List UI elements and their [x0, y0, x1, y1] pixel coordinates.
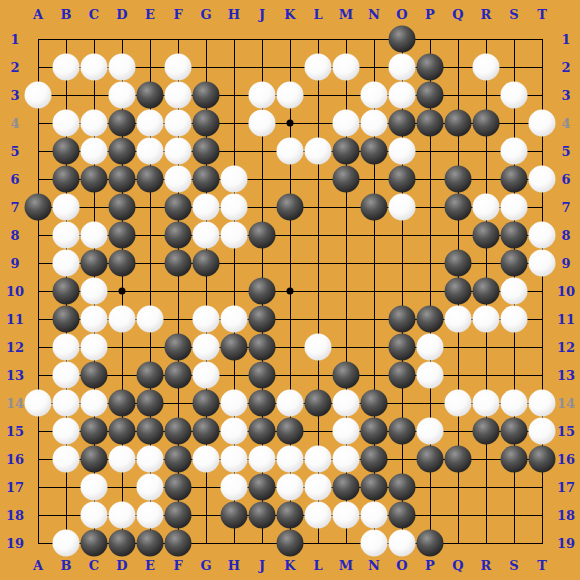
- black-stone-H18[interactable]: [221, 502, 248, 529]
- black-stone-P16[interactable]: [417, 446, 444, 473]
- black-stone-K19[interactable]: [277, 530, 304, 557]
- row-label-left-16: 16: [6, 452, 24, 467]
- black-stone-N14[interactable]: [361, 390, 388, 417]
- black-stone-C19[interactable]: [81, 530, 108, 557]
- white-stone-C11[interactable]: [81, 306, 108, 333]
- white-stone-B12[interactable]: [53, 334, 80, 361]
- black-stone-N5[interactable]: [361, 138, 388, 165]
- black-stone-O6[interactable]: [389, 166, 416, 193]
- column-label-bottom-K: K: [284, 558, 295, 573]
- column-label-top-N: N: [368, 7, 380, 22]
- black-stone-B11[interactable]: [53, 306, 80, 333]
- white-stone-S10[interactable]: [501, 278, 528, 305]
- black-stone-Q9[interactable]: [445, 250, 472, 277]
- row-label-left-14: 14: [6, 396, 24, 411]
- white-stone-C14[interactable]: [81, 390, 108, 417]
- black-stone-F17[interactable]: [165, 474, 192, 501]
- white-stone-K17[interactable]: [277, 474, 304, 501]
- white-stone-C12[interactable]: [81, 334, 108, 361]
- black-stone-G15[interactable]: [193, 418, 220, 445]
- white-stone-B13[interactable]: [53, 362, 80, 389]
- black-stone-D9[interactable]: [109, 250, 136, 277]
- white-stone-B2[interactable]: [53, 54, 80, 81]
- row-label-left-13: 13: [6, 368, 24, 383]
- white-stone-P15[interactable]: [417, 418, 444, 445]
- white-stone-H16[interactable]: [221, 446, 248, 473]
- white-stone-M14[interactable]: [333, 390, 360, 417]
- black-stone-J15[interactable]: [249, 418, 276, 445]
- row-label-left-7: 7: [10, 200, 19, 215]
- black-stone-D14[interactable]: [109, 390, 136, 417]
- white-stone-M4[interactable]: [333, 110, 360, 137]
- white-stone-P12[interactable]: [417, 334, 444, 361]
- white-stone-C2[interactable]: [81, 54, 108, 81]
- black-stone-L14[interactable]: [305, 390, 332, 417]
- column-label-bottom-B: B: [61, 558, 72, 573]
- black-stone-C9[interactable]: [81, 250, 108, 277]
- black-stone-D19[interactable]: [109, 530, 136, 557]
- white-stone-C8[interactable]: [81, 222, 108, 249]
- white-stone-R11[interactable]: [473, 306, 500, 333]
- white-stone-D3[interactable]: [109, 82, 136, 109]
- column-label-top-T: T: [537, 7, 547, 22]
- black-stone-M17[interactable]: [333, 474, 360, 501]
- black-stone-E3[interactable]: [137, 82, 164, 109]
- white-stone-B16[interactable]: [53, 446, 80, 473]
- white-stone-D11[interactable]: [109, 306, 136, 333]
- white-stone-E4[interactable]: [137, 110, 164, 137]
- black-stone-E6[interactable]: [137, 166, 164, 193]
- white-stone-K5[interactable]: [277, 138, 304, 165]
- row-label-left-2: 2: [10, 60, 19, 75]
- row-label-right-8: 8: [561, 228, 570, 243]
- white-stone-E17[interactable]: [137, 474, 164, 501]
- column-label-top-C: C: [89, 7, 99, 22]
- row-label-right-18: 18: [557, 508, 575, 523]
- black-stone-G4[interactable]: [193, 110, 220, 137]
- white-stone-O2[interactable]: [389, 54, 416, 81]
- black-stone-F9[interactable]: [165, 250, 192, 277]
- black-stone-S8[interactable]: [501, 222, 528, 249]
- row-label-right-14: 14: [557, 396, 575, 411]
- column-label-bottom-A: A: [33, 558, 43, 573]
- white-stone-L5[interactable]: [305, 138, 332, 165]
- black-stone-H12[interactable]: [221, 334, 248, 361]
- black-stone-Q4[interactable]: [445, 110, 472, 137]
- row-label-left-6: 6: [10, 172, 19, 187]
- white-stone-F3[interactable]: [165, 82, 192, 109]
- column-label-bottom-Q: Q: [452, 558, 463, 573]
- column-label-top-R: R: [481, 7, 492, 22]
- column-label-top-B: B: [61, 7, 72, 22]
- white-stone-F4[interactable]: [165, 110, 192, 137]
- row-label-left-1: 1: [10, 32, 19, 47]
- row-label-left-12: 12: [6, 340, 24, 355]
- row-label-left-10: 10: [6, 284, 24, 299]
- white-stone-M18[interactable]: [333, 502, 360, 529]
- white-stone-L2[interactable]: [305, 54, 332, 81]
- black-stone-J12[interactable]: [249, 334, 276, 361]
- black-stone-F13[interactable]: [165, 362, 192, 389]
- row-label-left-19: 19: [6, 536, 24, 551]
- black-stone-E15[interactable]: [137, 418, 164, 445]
- white-stone-J3[interactable]: [249, 82, 276, 109]
- black-stone-R15[interactable]: [473, 418, 500, 445]
- white-stone-Q11[interactable]: [445, 306, 472, 333]
- white-stone-J16[interactable]: [249, 446, 276, 473]
- black-stone-O11[interactable]: [389, 306, 416, 333]
- column-label-bottom-R: R: [481, 558, 492, 573]
- white-stone-F5[interactable]: [165, 138, 192, 165]
- black-stone-J13[interactable]: [249, 362, 276, 389]
- white-stone-T8[interactable]: [529, 222, 556, 249]
- row-label-left-9: 9: [10, 256, 19, 271]
- column-label-bottom-O: O: [396, 558, 407, 573]
- white-stone-R2[interactable]: [473, 54, 500, 81]
- row-label-left-5: 5: [10, 144, 19, 159]
- white-stone-O19[interactable]: [389, 530, 416, 557]
- black-stone-C16[interactable]: [81, 446, 108, 473]
- black-stone-O13[interactable]: [389, 362, 416, 389]
- white-stone-C17[interactable]: [81, 474, 108, 501]
- white-stone-G12[interactable]: [193, 334, 220, 361]
- white-stone-L12[interactable]: [305, 334, 332, 361]
- white-stone-G16[interactable]: [193, 446, 220, 473]
- white-stone-L18[interactable]: [305, 502, 332, 529]
- black-stone-G6[interactable]: [193, 166, 220, 193]
- column-label-bottom-J: J: [259, 558, 265, 573]
- white-stone-H14[interactable]: [221, 390, 248, 417]
- white-stone-C10[interactable]: [81, 278, 108, 305]
- column-label-top-O: O: [396, 7, 407, 22]
- black-stone-J17[interactable]: [249, 474, 276, 501]
- black-stone-F16[interactable]: [165, 446, 192, 473]
- black-stone-P4[interactable]: [417, 110, 444, 137]
- black-stone-S6[interactable]: [501, 166, 528, 193]
- white-stone-A3[interactable]: [25, 82, 52, 109]
- white-stone-D18[interactable]: [109, 502, 136, 529]
- white-stone-Q14[interactable]: [445, 390, 472, 417]
- row-label-left-4: 4: [10, 116, 19, 131]
- row-label-right-6: 6: [561, 172, 570, 187]
- black-stone-E19[interactable]: [137, 530, 164, 557]
- white-stone-H8[interactable]: [221, 222, 248, 249]
- column-label-bottom-F: F: [173, 558, 182, 573]
- column-label-bottom-H: H: [228, 558, 240, 573]
- column-label-bottom-N: N: [368, 558, 380, 573]
- white-stone-M16[interactable]: [333, 446, 360, 473]
- black-stone-D8[interactable]: [109, 222, 136, 249]
- column-label-top-G: G: [200, 7, 211, 22]
- white-stone-T15[interactable]: [529, 418, 556, 445]
- black-stone-G5[interactable]: [193, 138, 220, 165]
- black-stone-R10[interactable]: [473, 278, 500, 305]
- row-label-right-17: 17: [557, 480, 575, 495]
- black-stone-B5[interactable]: [53, 138, 80, 165]
- column-label-top-J: J: [259, 7, 265, 22]
- column-label-top-K: K: [284, 7, 295, 22]
- black-stone-F12[interactable]: [165, 334, 192, 361]
- black-stone-K15[interactable]: [277, 418, 304, 445]
- black-stone-S9[interactable]: [501, 250, 528, 277]
- black-stone-G3[interactable]: [193, 82, 220, 109]
- white-stone-G7[interactable]: [193, 194, 220, 221]
- black-stone-O4[interactable]: [389, 110, 416, 137]
- white-stone-N4[interactable]: [361, 110, 388, 137]
- go-board[interactable]: AA11BB22CC33DD44EE55FF66GG77HH88JJ99KK10…: [0, 0, 580, 580]
- white-stone-B15[interactable]: [53, 418, 80, 445]
- black-stone-N16[interactable]: [361, 446, 388, 473]
- black-stone-F8[interactable]: [165, 222, 192, 249]
- white-stone-S14[interactable]: [501, 390, 528, 417]
- black-stone-F7[interactable]: [165, 194, 192, 221]
- row-label-right-7: 7: [561, 200, 570, 215]
- white-stone-O5[interactable]: [389, 138, 416, 165]
- white-stone-C5[interactable]: [81, 138, 108, 165]
- row-label-right-1: 1: [561, 32, 570, 47]
- black-stone-F18[interactable]: [165, 502, 192, 529]
- black-stone-J14[interactable]: [249, 390, 276, 417]
- row-label-left-11: 11: [6, 312, 24, 327]
- column-label-top-Q: Q: [452, 7, 463, 22]
- row-label-left-17: 17: [6, 480, 24, 495]
- column-label-bottom-M: M: [339, 558, 353, 573]
- black-stone-G9[interactable]: [193, 250, 220, 277]
- black-stone-C6[interactable]: [81, 166, 108, 193]
- column-label-bottom-G: G: [200, 558, 211, 573]
- black-stone-E13[interactable]: [137, 362, 164, 389]
- white-stone-O7[interactable]: [389, 194, 416, 221]
- white-stone-B9[interactable]: [53, 250, 80, 277]
- black-stone-D6[interactable]: [109, 166, 136, 193]
- white-stone-E18[interactable]: [137, 502, 164, 529]
- black-stone-F15[interactable]: [165, 418, 192, 445]
- board-gridline-horizontal: [38, 347, 543, 348]
- white-stone-G13[interactable]: [193, 362, 220, 389]
- black-stone-O12[interactable]: [389, 334, 416, 361]
- row-label-left-18: 18: [6, 508, 24, 523]
- black-stone-P2[interactable]: [417, 54, 444, 81]
- black-stone-N17[interactable]: [361, 474, 388, 501]
- white-stone-K14[interactable]: [277, 390, 304, 417]
- white-stone-K3[interactable]: [277, 82, 304, 109]
- black-stone-Q7[interactable]: [445, 194, 472, 221]
- white-stone-T6[interactable]: [529, 166, 556, 193]
- black-stone-O1[interactable]: [389, 26, 416, 53]
- row-label-right-15: 15: [557, 424, 575, 439]
- white-stone-A14[interactable]: [25, 390, 52, 417]
- black-stone-J8[interactable]: [249, 222, 276, 249]
- white-stone-B8[interactable]: [53, 222, 80, 249]
- black-stone-P11[interactable]: [417, 306, 444, 333]
- white-stone-G11[interactable]: [193, 306, 220, 333]
- row-label-right-11: 11: [557, 312, 575, 327]
- white-stone-D16[interactable]: [109, 446, 136, 473]
- star-point-K4: [287, 120, 294, 127]
- white-stone-N3[interactable]: [361, 82, 388, 109]
- row-label-right-9: 9: [561, 256, 570, 271]
- white-stone-L16[interactable]: [305, 446, 332, 473]
- column-label-top-S: S: [509, 7, 518, 22]
- white-stone-N18[interactable]: [361, 502, 388, 529]
- column-label-bottom-L: L: [313, 558, 322, 573]
- white-stone-T4[interactable]: [529, 110, 556, 137]
- black-stone-P19[interactable]: [417, 530, 444, 557]
- black-stone-N7[interactable]: [361, 194, 388, 221]
- white-stone-F6[interactable]: [165, 166, 192, 193]
- row-label-left-3: 3: [10, 88, 19, 103]
- black-stone-Q10[interactable]: [445, 278, 472, 305]
- column-label-bottom-S: S: [509, 558, 518, 573]
- white-stone-E16[interactable]: [137, 446, 164, 473]
- row-label-right-5: 5: [561, 144, 570, 159]
- white-stone-M15[interactable]: [333, 418, 360, 445]
- black-stone-N15[interactable]: [361, 418, 388, 445]
- black-stone-J10[interactable]: [249, 278, 276, 305]
- black-stone-C15[interactable]: [81, 418, 108, 445]
- column-label-top-D: D: [116, 7, 127, 22]
- black-stone-D15[interactable]: [109, 418, 136, 445]
- row-label-left-15: 15: [6, 424, 24, 439]
- white-stone-L17[interactable]: [305, 474, 332, 501]
- row-label-right-10: 10: [557, 284, 575, 299]
- white-stone-T14[interactable]: [529, 390, 556, 417]
- black-stone-F19[interactable]: [165, 530, 192, 557]
- column-label-top-L: L: [313, 7, 322, 22]
- row-label-right-19: 19: [557, 536, 575, 551]
- white-stone-B19[interactable]: [53, 530, 80, 557]
- white-stone-P13[interactable]: [417, 362, 444, 389]
- black-stone-K7[interactable]: [277, 194, 304, 221]
- white-stone-R14[interactable]: [473, 390, 500, 417]
- white-stone-H7[interactable]: [221, 194, 248, 221]
- black-stone-G14[interactable]: [193, 390, 220, 417]
- white-stone-G8[interactable]: [193, 222, 220, 249]
- column-label-bottom-T: T: [537, 558, 547, 573]
- column-label-bottom-E: E: [145, 558, 155, 573]
- row-label-left-8: 8: [10, 228, 19, 243]
- white-stone-D2[interactable]: [109, 54, 136, 81]
- white-stone-S7[interactable]: [501, 194, 528, 221]
- black-stone-D5[interactable]: [109, 138, 136, 165]
- white-stone-N19[interactable]: [361, 530, 388, 557]
- black-stone-O15[interactable]: [389, 418, 416, 445]
- black-stone-R8[interactable]: [473, 222, 500, 249]
- black-stone-S15[interactable]: [501, 418, 528, 445]
- white-stone-H15[interactable]: [221, 418, 248, 445]
- black-stone-J11[interactable]: [249, 306, 276, 333]
- black-stone-C13[interactable]: [81, 362, 108, 389]
- row-label-right-2: 2: [561, 60, 570, 75]
- column-label-top-A: A: [33, 7, 43, 22]
- black-stone-D7[interactable]: [109, 194, 136, 221]
- white-stone-B14[interactable]: [53, 390, 80, 417]
- column-label-top-E: E: [145, 7, 155, 22]
- white-stone-H6[interactable]: [221, 166, 248, 193]
- white-stone-K16[interactable]: [277, 446, 304, 473]
- white-stone-O3[interactable]: [389, 82, 416, 109]
- star-point-K10: [287, 288, 294, 295]
- column-label-top-M: M: [339, 7, 353, 22]
- column-label-top-P: P: [425, 7, 435, 22]
- column-label-top-F: F: [173, 7, 182, 22]
- white-stone-R7[interactable]: [473, 194, 500, 221]
- white-stone-F2[interactable]: [165, 54, 192, 81]
- black-stone-T16[interactable]: [529, 446, 556, 473]
- black-stone-S16[interactable]: [501, 446, 528, 473]
- white-stone-C4[interactable]: [81, 110, 108, 137]
- black-stone-D4[interactable]: [109, 110, 136, 137]
- black-stone-E14[interactable]: [137, 390, 164, 417]
- black-stone-P3[interactable]: [417, 82, 444, 109]
- black-stone-Q16[interactable]: [445, 446, 472, 473]
- black-stone-M13[interactable]: [333, 362, 360, 389]
- black-stone-M5[interactable]: [333, 138, 360, 165]
- row-label-right-4: 4: [561, 116, 570, 131]
- row-label-right-16: 16: [557, 452, 575, 467]
- column-label-bottom-D: D: [116, 558, 127, 573]
- white-stone-S11[interactable]: [501, 306, 528, 333]
- white-stone-S5[interactable]: [501, 138, 528, 165]
- white-stone-J4[interactable]: [249, 110, 276, 137]
- black-stone-A7[interactable]: [25, 194, 52, 221]
- column-label-bottom-P: P: [425, 558, 435, 573]
- star-point-D10: [119, 288, 126, 295]
- black-stone-O17[interactable]: [389, 474, 416, 501]
- white-stone-T9[interactable]: [529, 250, 556, 277]
- column-label-top-H: H: [228, 7, 240, 22]
- column-label-bottom-C: C: [89, 558, 99, 573]
- black-stone-O18[interactable]: [389, 502, 416, 529]
- black-stone-M6[interactable]: [333, 166, 360, 193]
- white-stone-E11[interactable]: [137, 306, 164, 333]
- black-stone-R4[interactable]: [473, 110, 500, 137]
- black-stone-B10[interactable]: [53, 278, 80, 305]
- white-stone-M2[interactable]: [333, 54, 360, 81]
- white-stone-H17[interactable]: [221, 474, 248, 501]
- board-gridline-horizontal: [38, 375, 543, 376]
- row-label-right-12: 12: [557, 340, 575, 355]
- black-stone-Q6[interactable]: [445, 166, 472, 193]
- white-stone-B7[interactable]: [53, 194, 80, 221]
- white-stone-B4[interactable]: [53, 110, 80, 137]
- white-stone-E5[interactable]: [137, 138, 164, 165]
- black-stone-K18[interactable]: [277, 502, 304, 529]
- white-stone-C18[interactable]: [81, 502, 108, 529]
- black-stone-J18[interactable]: [249, 502, 276, 529]
- white-stone-S3[interactable]: [501, 82, 528, 109]
- black-stone-B6[interactable]: [53, 166, 80, 193]
- white-stone-H11[interactable]: [221, 306, 248, 333]
- row-label-right-3: 3: [561, 88, 570, 103]
- row-label-right-13: 13: [557, 368, 575, 383]
